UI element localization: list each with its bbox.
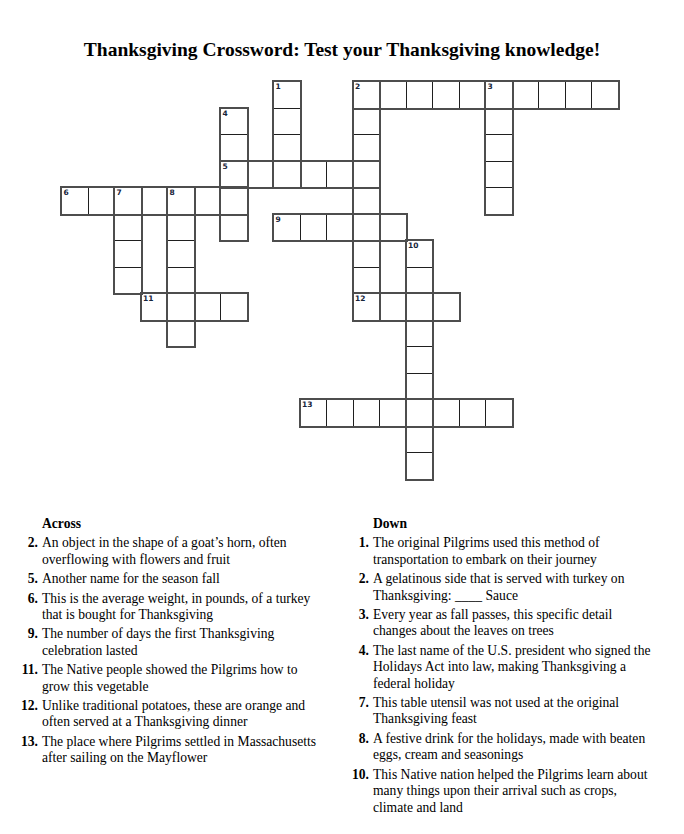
across-clue-2: 2.An object in the shape of a goat’s hor… xyxy=(42,535,358,568)
cell[interactable] xyxy=(300,399,328,427)
clue-number: 2. xyxy=(8,535,38,551)
cell[interactable] xyxy=(406,240,434,268)
cell[interactable] xyxy=(220,134,248,162)
across-clue-6: 6.This is the average weight, in pounds,… xyxy=(42,591,358,624)
cell[interactable] xyxy=(485,187,513,215)
cell[interactable] xyxy=(459,399,487,427)
cell[interactable] xyxy=(167,240,195,268)
clue-number: 4. xyxy=(339,643,369,659)
cell[interactable] xyxy=(512,81,540,109)
cell[interactable] xyxy=(194,293,222,321)
cell[interactable] xyxy=(300,161,328,189)
cell[interactable] xyxy=(406,399,434,427)
cell[interactable] xyxy=(273,81,301,109)
down-clues-column: Down 1.The original Pilgrims used this m… xyxy=(373,516,675,819)
clue-text: Another name for the season fall xyxy=(42,571,358,587)
cell[interactable] xyxy=(406,426,434,454)
cell[interactable] xyxy=(114,240,142,268)
cell[interactable] xyxy=(353,267,381,295)
cell[interactable] xyxy=(406,267,434,295)
cell[interactable] xyxy=(167,320,195,348)
clue-text: Unlike traditional potatoes, these are o… xyxy=(42,698,358,731)
down-clue-8: 8.A festive drink for the holidays, made… xyxy=(373,731,675,764)
clue-text: A festive drink for the holidays, made w… xyxy=(373,731,675,764)
cell[interactable] xyxy=(114,214,142,242)
clue-number: 8. xyxy=(339,731,369,747)
cell[interactable] xyxy=(379,81,407,109)
cell[interactable] xyxy=(379,293,407,321)
clue-text: The number of days the first Thanksgivin… xyxy=(42,626,358,659)
cell[interactable] xyxy=(220,161,248,189)
page-title: Thanksgiving Crossword: Test your Thanks… xyxy=(0,39,684,61)
clue-text: The original Pilgrims used this method o… xyxy=(373,535,675,568)
cell[interactable] xyxy=(406,373,434,401)
across-clue-11: 11.The Native people showed the Pilgrims… xyxy=(42,662,358,695)
cell[interactable] xyxy=(326,214,354,242)
cell[interactable] xyxy=(353,240,381,268)
cell[interactable] xyxy=(353,214,381,242)
clue-text: An object in the shape of a goat’s horn,… xyxy=(42,535,358,568)
down-clue-4: 4.The last name of the U.S. president wh… xyxy=(373,643,675,692)
clue-number: 6. xyxy=(8,591,38,607)
clue-number: 2. xyxy=(339,571,369,587)
cell[interactable] xyxy=(432,399,460,427)
clue-number: 7. xyxy=(339,695,369,711)
cell[interactable] xyxy=(114,267,142,295)
cell[interactable] xyxy=(220,293,248,321)
down-clue-1: 1.The original Pilgrims used this method… xyxy=(373,535,675,568)
cell[interactable] xyxy=(247,161,275,189)
cell[interactable] xyxy=(485,108,513,136)
down-clue-10: 10.This Native nation helped the Pilgrim… xyxy=(373,767,675,816)
cell[interactable] xyxy=(88,187,116,215)
across-clue-5: 5.Another name for the season fall xyxy=(42,571,358,587)
cell[interactable] xyxy=(220,214,248,242)
crossword-worksheet: { "game": "crossword", "title": "Thanksg… xyxy=(0,0,684,834)
cell[interactable] xyxy=(167,293,195,321)
cell[interactable] xyxy=(273,161,301,189)
cell[interactable] xyxy=(353,399,381,427)
cell[interactable] xyxy=(273,108,301,136)
across-clue-13: 13.The place where Pilgrims settled in M… xyxy=(42,734,358,767)
clue-number: 3. xyxy=(339,607,369,623)
crossword-grid: 12345678910111213 xyxy=(61,81,618,479)
cell[interactable] xyxy=(538,81,566,109)
cell[interactable] xyxy=(273,134,301,162)
cell[interactable] xyxy=(459,81,487,109)
clue-number: 1. xyxy=(339,535,369,551)
across-header: Across xyxy=(42,516,358,532)
cell[interactable] xyxy=(406,81,434,109)
cell[interactable] xyxy=(167,267,195,295)
cell[interactable] xyxy=(273,214,301,242)
cell[interactable] xyxy=(194,187,222,215)
down-clue-3: 3.Every year as fall passes, this specif… xyxy=(373,607,675,640)
cell[interactable] xyxy=(353,108,381,136)
clue-text: This table utensil was not used at the o… xyxy=(373,695,675,728)
clue-number: 10. xyxy=(339,767,369,783)
cell[interactable] xyxy=(432,81,460,109)
clue-number: 5. xyxy=(8,571,38,587)
clue-text: This Native nation helped the Pilgrims l… xyxy=(373,767,675,816)
clue-text: This is the average weight, in pounds, o… xyxy=(42,591,358,624)
cell[interactable] xyxy=(353,187,381,215)
cell[interactable] xyxy=(353,134,381,162)
cell[interactable] xyxy=(485,399,513,427)
cell[interactable] xyxy=(379,214,407,242)
cell[interactable] xyxy=(353,81,381,109)
across-clue-9: 9.The number of days the first Thanksgiv… xyxy=(42,626,358,659)
cell[interactable] xyxy=(141,187,169,215)
clue-text: Every year as fall passes, this specific… xyxy=(373,607,675,640)
cell[interactable] xyxy=(114,187,142,215)
cell[interactable] xyxy=(406,452,434,480)
down-clue-7: 7.This table utensil was not used at the… xyxy=(373,695,675,728)
cell[interactable] xyxy=(432,293,460,321)
cell[interactable] xyxy=(220,187,248,215)
cell[interactable] xyxy=(326,161,354,189)
cell[interactable] xyxy=(326,399,354,427)
clue-number: 11. xyxy=(8,662,38,678)
cell[interactable] xyxy=(167,187,195,215)
clue-text: A gelatinous side that is served with tu… xyxy=(373,571,675,604)
cell[interactable] xyxy=(565,81,593,109)
cell[interactable] xyxy=(406,293,434,321)
cell[interactable] xyxy=(591,81,619,109)
across-clue-12: 12.Unlike traditional potatoes, these ar… xyxy=(42,698,358,731)
cell[interactable] xyxy=(353,161,381,189)
clue-number: 13. xyxy=(8,734,38,750)
cell[interactable] xyxy=(485,161,513,189)
down-clue-2: 2.A gelatinous side that is served with … xyxy=(373,571,675,604)
across-clues-column: Across 2.An object in the shape of a goa… xyxy=(42,516,358,770)
clue-text: The last name of the U.S. president who … xyxy=(373,643,675,692)
cell[interactable] xyxy=(485,81,513,109)
cell[interactable] xyxy=(406,320,434,348)
cell[interactable] xyxy=(353,293,381,321)
clue-text: The place where Pilgrims settled in Mass… xyxy=(42,734,358,767)
cell[interactable] xyxy=(220,108,248,136)
cell[interactable] xyxy=(167,214,195,242)
cell[interactable] xyxy=(300,214,328,242)
down-header: Down xyxy=(373,516,675,532)
cell[interactable] xyxy=(61,187,89,215)
cell[interactable] xyxy=(485,134,513,162)
clue-number: 12. xyxy=(8,698,38,714)
cell[interactable] xyxy=(406,346,434,374)
clue-number: 9. xyxy=(8,626,38,642)
cell[interactable] xyxy=(141,293,169,321)
clue-text: The Native people showed the Pilgrims ho… xyxy=(42,662,358,695)
cell[interactable] xyxy=(379,399,407,427)
